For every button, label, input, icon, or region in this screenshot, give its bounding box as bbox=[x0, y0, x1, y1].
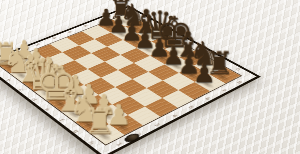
photo-scene: abcdefgh abcdefgh 87654321 87654321 ♜♞♝♛… bbox=[0, 0, 300, 154]
piece-white-rook[interactable]: ♜ bbox=[84, 105, 116, 138]
piece-black-pawn[interactable]: ♟ bbox=[192, 62, 215, 86]
